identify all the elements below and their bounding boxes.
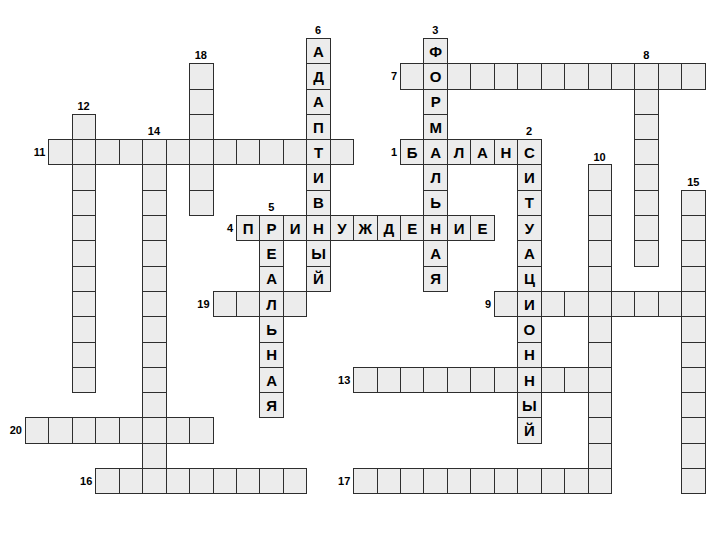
grid-cell-r8c26[interactable] <box>634 240 658 266</box>
grid-cell-r13c28[interactable] <box>681 367 705 393</box>
grid-cell-r10c9[interactable] <box>236 291 260 317</box>
grid-cell-r2c12[interactable]: А <box>306 89 330 115</box>
grid-cell-r4c1[interactable] <box>48 139 72 165</box>
grid-cell-r4c20[interactable]: Н <box>494 139 518 165</box>
grid-cell-r17c18[interactable] <box>447 468 471 494</box>
grid-cell-r13c19[interactable] <box>470 367 494 393</box>
grid-cell-r9c10[interactable]: А <box>259 266 283 292</box>
grid-cell-r10c8[interactable] <box>213 291 237 317</box>
grid-cell-r7c28[interactable] <box>681 215 705 241</box>
grid-cell-r16c28[interactable] <box>681 443 705 469</box>
grid-cell-r4c19[interactable]: А <box>470 139 494 165</box>
grid-cell-r17c14[interactable] <box>353 468 377 494</box>
grid-cell-r8c17[interactable]: А <box>423 240 447 266</box>
grid-cell-r4c26[interactable] <box>634 139 658 165</box>
grid-cell-r15c24[interactable] <box>588 417 612 443</box>
grid-cell-r9c12[interactable]: Й <box>306 266 330 292</box>
grid-cell-r13c24[interactable] <box>588 367 612 393</box>
grid-cell-r1c12[interactable]: Д <box>306 63 330 89</box>
grid-cell-r7c17[interactable]: Н <box>423 215 447 241</box>
clue-number-3: 3 <box>432 25 438 36</box>
grid-cell-r14c21[interactable]: Ы <box>517 392 541 418</box>
grid-cell-r7c21[interactable]: У <box>517 215 541 241</box>
grid-cell-r11c2[interactable] <box>72 316 96 342</box>
grid-cell-r6c7[interactable] <box>189 190 213 216</box>
clue-number-8: 8 <box>643 50 649 61</box>
grid-cell-r17c21[interactable] <box>517 468 541 494</box>
grid-cell-r4c21[interactable]: С <box>517 139 541 165</box>
grid-cell-r10c26[interactable] <box>634 291 658 317</box>
grid-cell-r12c28[interactable] <box>681 342 705 368</box>
grid-cell-r3c26[interactable] <box>634 114 658 140</box>
grid-cell-r4c8[interactable] <box>213 139 237 165</box>
grid-cell-r7c26[interactable] <box>634 215 658 241</box>
grid-cell-r9c28[interactable] <box>681 266 705 292</box>
grid-cell-r4c3[interactable] <box>95 139 119 165</box>
grid-cell-r4c11[interactable] <box>283 139 307 165</box>
grid-cell-r11c5[interactable] <box>142 316 166 342</box>
grid-cell-r3c12[interactable]: П <box>306 114 330 140</box>
crossword-page: АФДОАРПМТБАЛАНСИЛИВЬТПРИНУЖДЕНИЕУЕЫАААЙЯ… <box>0 0 720 540</box>
grid-cell-r4c2[interactable] <box>72 139 96 165</box>
grid-cell-r13c21[interactable]: Н <box>517 367 541 393</box>
grid-cell-r7c14[interactable]: Ж <box>353 215 377 241</box>
grid-cell-r10c28[interactable] <box>681 291 705 317</box>
grid-cell-r7c18[interactable]: И <box>447 215 471 241</box>
grid-cell-r17c16[interactable] <box>400 468 424 494</box>
clue-number-15: 15 <box>687 177 699 188</box>
clue-number-16: 16 <box>80 475 92 486</box>
grid-cell-r5c21[interactable]: И <box>517 164 541 190</box>
grid-cell-r14c5[interactable] <box>142 392 166 418</box>
grid-cell-r5c24[interactable] <box>588 164 612 190</box>
grid-cell-r9c24[interactable] <box>588 266 612 292</box>
grid-cell-r4c7[interactable] <box>189 139 213 165</box>
grid-cell-r4c13[interactable] <box>330 139 354 165</box>
grid-cell-r4c6[interactable] <box>166 139 190 165</box>
grid-cell-r13c18[interactable] <box>447 367 471 393</box>
clue-number-18: 18 <box>195 50 207 61</box>
grid-cell-r7c16[interactable]: Е <box>400 215 424 241</box>
grid-cell-r7c5[interactable] <box>142 215 166 241</box>
grid-cell-r15c7[interactable] <box>189 417 213 443</box>
grid-cell-r17c20[interactable] <box>494 468 518 494</box>
grid-cell-r16c24[interactable] <box>588 443 612 469</box>
grid-cell-r3c2[interactable] <box>72 114 96 140</box>
grid-cell-r7c9[interactable]: П <box>236 215 260 241</box>
grid-cell-r17c19[interactable] <box>470 468 494 494</box>
grid-cell-r6c28[interactable] <box>681 190 705 216</box>
grid-cell-r11c24[interactable] <box>588 316 612 342</box>
clue-number-12: 12 <box>78 101 90 112</box>
grid-cell-r15c5[interactable] <box>142 417 166 443</box>
grid-cell-r6c2[interactable] <box>72 190 96 216</box>
grid-cell-r1c21[interactable] <box>517 63 541 89</box>
grid-cell-r17c5[interactable] <box>142 468 166 494</box>
grid-cell-r4c12[interactable]: Т <box>306 139 330 165</box>
grid-cell-r12c24[interactable] <box>588 342 612 368</box>
grid-cell-r1c17[interactable]: О <box>423 63 447 89</box>
grid-cell-r10c11[interactable] <box>283 291 307 317</box>
grid-cell-r10c25[interactable] <box>611 291 635 317</box>
grid-cell-r9c5[interactable] <box>142 266 166 292</box>
grid-cell-r10c2[interactable] <box>72 291 96 317</box>
grid-cell-r17c17[interactable] <box>423 468 447 494</box>
grid-cell-r10c21[interactable]: И <box>517 291 541 317</box>
clue-number-13: 13 <box>338 374 350 385</box>
grid-cell-r0c17[interactable]: Ф <box>423 38 447 64</box>
grid-cell-r13c2[interactable] <box>72 367 96 393</box>
clue-number-5: 5 <box>268 202 274 213</box>
grid-cell-r10c22[interactable] <box>541 291 565 317</box>
grid-cell-r2c7[interactable] <box>189 89 213 115</box>
grid-cell-r5c12[interactable]: И <box>306 164 330 190</box>
grid-cell-r17c28[interactable] <box>681 468 705 494</box>
grid-cell-r1c28[interactable] <box>681 63 705 89</box>
grid-cell-r4c5[interactable] <box>142 139 166 165</box>
grid-cell-r15c6[interactable] <box>166 417 190 443</box>
clue-number-7: 7 <box>391 70 397 81</box>
grid-cell-r13c10[interactable]: А <box>259 367 283 393</box>
grid-cell-r1c18[interactable] <box>447 63 471 89</box>
grid-cell-r13c23[interactable] <box>564 367 588 393</box>
crossword-board: АФДОАРПМТБАЛАНСИЛИВЬТПРИНУЖДЕНИЕУЕЫАААЙЯ… <box>25 38 705 493</box>
grid-cell-r10c5[interactable] <box>142 291 166 317</box>
grid-cell-r17c9[interactable] <box>236 468 260 494</box>
grid-cell-r11c28[interactable] <box>681 316 705 342</box>
grid-cell-r14c28[interactable] <box>681 392 705 418</box>
grid-cell-r6c12[interactable]: В <box>306 190 330 216</box>
grid-cell-r6c5[interactable] <box>142 190 166 216</box>
grid-cell-r5c2[interactable] <box>72 164 96 190</box>
grid-cell-r13c17[interactable] <box>423 367 447 393</box>
grid-cell-r8c24[interactable] <box>588 240 612 266</box>
grid-cell-r1c26[interactable] <box>634 63 658 89</box>
clue-number-1: 1 <box>391 146 397 157</box>
grid-cell-r1c19[interactable] <box>470 63 494 89</box>
grid-cell-r4c10[interactable] <box>259 139 283 165</box>
clue-number-14: 14 <box>148 126 160 137</box>
grid-cell-r1c23[interactable] <box>564 63 588 89</box>
grid-cell-r7c15[interactable]: Д <box>377 215 401 241</box>
grid-cell-r1c16[interactable] <box>400 63 424 89</box>
grid-cell-r13c16[interactable] <box>400 367 424 393</box>
grid-cell-r13c22[interactable] <box>541 367 565 393</box>
grid-cell-r17c7[interactable] <box>189 468 213 494</box>
grid-cell-r16c5[interactable] <box>142 443 166 469</box>
grid-cell-r8c2[interactable] <box>72 240 96 266</box>
grid-cell-r17c3[interactable] <box>95 468 119 494</box>
grid-cell-r13c20[interactable] <box>494 367 518 393</box>
grid-cell-r7c2[interactable] <box>72 215 96 241</box>
grid-cell-r8c12[interactable]: Ы <box>306 240 330 266</box>
grid-cell-r1c24[interactable] <box>588 63 612 89</box>
grid-cell-r1c22[interactable] <box>541 63 565 89</box>
grid-cell-r15c2[interactable] <box>72 417 96 443</box>
grid-cell-r17c10[interactable] <box>259 468 283 494</box>
grid-cell-r4c17[interactable]: А <box>423 139 447 165</box>
grid-cell-r2c17[interactable]: Р <box>423 89 447 115</box>
grid-cell-r10c23[interactable] <box>564 291 588 317</box>
grid-cell-r7c10[interactable]: Р <box>259 215 283 241</box>
grid-cell-r1c20[interactable] <box>494 63 518 89</box>
grid-cell-r11c21[interactable]: О <box>517 316 541 342</box>
grid-cell-r6c21[interactable]: Т <box>517 190 541 216</box>
grid-cell-r12c2[interactable] <box>72 342 96 368</box>
grid-cell-r15c4[interactable] <box>119 417 143 443</box>
grid-cell-r15c21[interactable]: Й <box>517 417 541 443</box>
grid-cell-r9c21[interactable]: Ц <box>517 266 541 292</box>
grid-cell-r10c10[interactable]: Л <box>259 291 283 317</box>
grid-cell-r10c20[interactable] <box>494 291 518 317</box>
grid-cell-r5c7[interactable] <box>189 164 213 190</box>
grid-cell-r12c21[interactable]: Н <box>517 342 541 368</box>
grid-cell-r14c10[interactable]: Я <box>259 392 283 418</box>
grid-cell-r7c19[interactable]: Е <box>470 215 494 241</box>
grid-cell-r7c12[interactable]: Н <box>306 215 330 241</box>
grid-cell-r17c4[interactable] <box>119 468 143 494</box>
grid-cell-r9c17[interactable]: Я <box>423 266 447 292</box>
grid-cell-r7c24[interactable] <box>588 215 612 241</box>
grid-cell-r17c6[interactable] <box>166 468 190 494</box>
grid-cell-r8c28[interactable] <box>681 240 705 266</box>
grid-cell-r8c5[interactable] <box>142 240 166 266</box>
grid-cell-r17c23[interactable] <box>564 468 588 494</box>
clue-number-6: 6 <box>315 25 321 36</box>
grid-cell-r8c21[interactable]: А <box>517 240 541 266</box>
grid-cell-r17c11[interactable] <box>283 468 307 494</box>
grid-cell-r11c10[interactable]: Ь <box>259 316 283 342</box>
clue-number-19: 19 <box>197 298 209 309</box>
grid-cell-r10c24[interactable] <box>588 291 612 317</box>
grid-cell-r10c27[interactable] <box>658 291 682 317</box>
grid-cell-r4c4[interactable] <box>119 139 143 165</box>
grid-cell-r5c17[interactable]: Л <box>423 164 447 190</box>
grid-cell-r15c28[interactable] <box>681 417 705 443</box>
grid-cell-r4c18[interactable]: Л <box>447 139 471 165</box>
grid-cell-r17c15[interactable] <box>377 468 401 494</box>
grid-cell-r13c14[interactable] <box>353 367 377 393</box>
grid-cell-r1c7[interactable] <box>189 63 213 89</box>
grid-cell-r1c25[interactable] <box>611 63 635 89</box>
grid-cell-r12c5[interactable] <box>142 342 166 368</box>
grid-cell-r13c5[interactable] <box>142 367 166 393</box>
grid-cell-r8c10[interactable]: Е <box>259 240 283 266</box>
grid-cell-r12c10[interactable]: Н <box>259 342 283 368</box>
grid-cell-r2c26[interactable] <box>634 89 658 115</box>
grid-cell-r17c24[interactable] <box>588 468 612 494</box>
grid-cell-r17c8[interactable] <box>213 468 237 494</box>
clue-number-9: 9 <box>485 298 491 309</box>
grid-cell-r3c17[interactable]: М <box>423 114 447 140</box>
grid-cell-r6c26[interactable] <box>634 190 658 216</box>
grid-cell-r1c27[interactable] <box>658 63 682 89</box>
grid-cell-r0c12[interactable]: А <box>306 38 330 64</box>
clue-number-2: 2 <box>526 126 532 137</box>
grid-cell-r15c3[interactable] <box>95 417 119 443</box>
grid-cell-r14c24[interactable] <box>588 392 612 418</box>
grid-cell-r6c24[interactable] <box>588 190 612 216</box>
clue-number-4: 4 <box>227 222 233 233</box>
grid-cell-r5c5[interactable] <box>142 164 166 190</box>
grid-cell-r13c15[interactable] <box>377 367 401 393</box>
grid-cell-r5c26[interactable] <box>634 164 658 190</box>
grid-cell-r7c13[interactable]: У <box>330 215 354 241</box>
grid-cell-r3c7[interactable] <box>189 114 213 140</box>
grid-cell-r4c9[interactable] <box>236 139 260 165</box>
clue-number-11: 11 <box>34 146 46 157</box>
clue-number-10: 10 <box>593 152 605 163</box>
clue-number-17: 17 <box>338 475 350 486</box>
grid-cell-r7c11[interactable]: И <box>283 215 307 241</box>
grid-cell-r15c0[interactable] <box>25 417 49 443</box>
grid-cell-r9c2[interactable] <box>72 266 96 292</box>
grid-cell-r17c22[interactable] <box>541 468 565 494</box>
grid-cell-r6c17[interactable]: Ь <box>423 190 447 216</box>
grid-cell-r4c16[interactable]: Б <box>400 139 424 165</box>
clue-number-20: 20 <box>10 425 22 436</box>
grid-cell-r15c1[interactable] <box>48 417 72 443</box>
